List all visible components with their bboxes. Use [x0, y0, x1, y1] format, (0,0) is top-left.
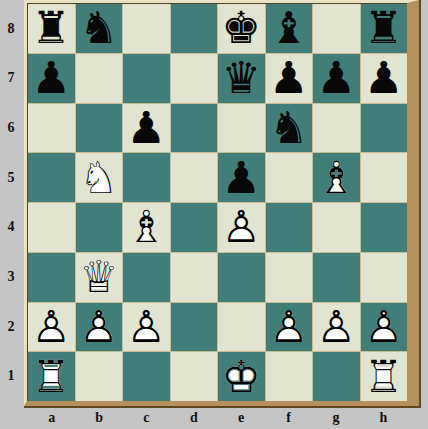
rank-label-1: 1	[0, 351, 22, 401]
piece-outline-layer: ♗	[123, 203, 170, 252]
file-label-c: c	[123, 406, 170, 429]
square-b6[interactable]	[76, 104, 123, 153]
file-label-e: e	[218, 406, 265, 429]
square-h7[interactable]: ♟	[361, 54, 408, 103]
piece-outline-layer: ♗	[313, 153, 360, 202]
square-g3[interactable]	[313, 253, 360, 302]
file-coordinates: abcdefgh	[28, 406, 407, 429]
piece-glyph: ♟	[313, 54, 360, 103]
file-label-b: b	[75, 406, 122, 429]
black-pawn[interactable]: ♟	[123, 104, 170, 153]
white-pawn[interactable]: ♟♙	[218, 203, 265, 252]
square-c5[interactable]	[123, 153, 170, 202]
square-c8[interactable]	[123, 4, 170, 53]
square-h8[interactable]: ♜	[361, 4, 408, 53]
file-label-g: g	[312, 406, 359, 429]
file-label-h: h	[360, 406, 407, 429]
square-g8[interactable]	[313, 4, 360, 53]
square-e5[interactable]: ♟	[218, 153, 265, 202]
square-e2[interactable]	[218, 303, 265, 352]
square-b4[interactable]	[76, 203, 123, 252]
square-b1[interactable]	[76, 352, 123, 401]
square-f2[interactable]: ♟♙	[266, 303, 313, 352]
piece-outline-layer: ♙	[313, 303, 360, 352]
piece-outline-layer: ♙	[218, 203, 265, 252]
white-bishop[interactable]: ♝♗	[123, 203, 170, 252]
file-label-d: d	[170, 406, 217, 429]
square-h5[interactable]	[361, 153, 408, 202]
piece-outline-layer: ♕	[76, 253, 123, 302]
square-a7[interactable]: ♟	[28, 54, 75, 103]
square-a6[interactable]	[28, 104, 75, 153]
square-h2[interactable]: ♟♙	[361, 303, 408, 352]
piece-outline-layer: ♖	[361, 352, 408, 401]
file-label-f: f	[265, 406, 312, 429]
square-f8[interactable]: ♝	[266, 4, 313, 53]
white-pawn[interactable]: ♟♙	[28, 303, 75, 352]
square-c7[interactable]	[123, 54, 170, 103]
square-f7[interactable]: ♟	[266, 54, 313, 103]
black-king[interactable]: ♚	[218, 4, 265, 53]
square-g5[interactable]: ♝♗	[313, 153, 360, 202]
board-frame: ♜♞♚♝♜♟♛♟♟♟♟♞♞♘♟♝♗♝♗♟♙♛♕♟♙♟♙♟♙♟♙♟♙♟♙♜♖♚♔♜…	[24, 0, 419, 406]
white-pawn[interactable]: ♟♙	[361, 303, 408, 352]
white-rook[interactable]: ♜♖	[361, 352, 408, 401]
rank-label-8: 8	[0, 4, 22, 54]
square-e7[interactable]: ♛	[218, 54, 265, 103]
piece-outline-layer: ♙	[361, 303, 408, 352]
square-h1[interactable]: ♜♖	[361, 352, 408, 401]
piece-glyph: ♛	[218, 54, 265, 103]
square-d5[interactable]	[171, 153, 218, 202]
rank-coordinates: 87654321	[0, 4, 22, 401]
square-e3[interactable]	[218, 253, 265, 302]
square-d6[interactable]	[171, 104, 218, 153]
black-bishop[interactable]: ♝	[266, 4, 313, 53]
piece-glyph: ♟	[218, 153, 265, 202]
chess-diagram: 87654321 ♜♞♚♝♜♟♛♟♟♟♟♞♞♘♟♝♗♝♗♟♙♛♕♟♙♟♙♟♙♟♙…	[0, 0, 428, 429]
square-h3[interactable]	[361, 253, 408, 302]
square-e8[interactable]: ♚	[218, 4, 265, 53]
square-a4[interactable]	[28, 203, 75, 252]
square-a8[interactable]: ♜	[28, 4, 75, 53]
chess-board: ♜♞♚♝♜♟♛♟♟♟♟♞♞♘♟♝♗♝♗♟♙♛♕♟♙♟♙♟♙♟♙♟♙♟♙♜♖♚♔♜…	[27, 3, 407, 401]
square-g2[interactable]: ♟♙	[313, 303, 360, 352]
square-f4[interactable]	[266, 203, 313, 252]
white-queen[interactable]: ♛♕	[76, 253, 123, 302]
square-f3[interactable]	[266, 253, 313, 302]
piece-glyph: ♝	[266, 4, 313, 53]
black-queen[interactable]: ♛	[218, 54, 265, 103]
square-d4[interactable]	[171, 203, 218, 252]
square-e1[interactable]: ♚♔	[218, 352, 265, 401]
piece-glyph: ♚	[218, 4, 265, 53]
square-g7[interactable]: ♟	[313, 54, 360, 103]
piece-glyph: ♟	[123, 104, 170, 153]
square-d7[interactable]	[171, 54, 218, 103]
square-f1[interactable]	[266, 352, 313, 401]
square-f6[interactable]: ♞	[266, 104, 313, 153]
black-knight[interactable]: ♞	[76, 4, 123, 53]
square-g1[interactable]	[313, 352, 360, 401]
square-a1[interactable]: ♜♖	[28, 352, 75, 401]
rank-label-3: 3	[0, 252, 22, 302]
square-c4[interactable]: ♝♗	[123, 203, 170, 252]
square-g6[interactable]	[313, 104, 360, 153]
white-pawn[interactable]: ♟♙	[266, 303, 313, 352]
square-c1[interactable]	[123, 352, 170, 401]
square-a3[interactable]	[28, 253, 75, 302]
white-king[interactable]: ♚♔	[218, 352, 265, 401]
square-e4[interactable]: ♟♙	[218, 203, 265, 252]
piece-glyph: ♞	[76, 4, 123, 53]
square-c6[interactable]: ♟	[123, 104, 170, 153]
black-pawn[interactable]: ♟	[361, 54, 408, 103]
piece-outline-layer: ♔	[218, 352, 265, 401]
rank-label-6: 6	[0, 103, 22, 153]
square-d1[interactable]	[171, 352, 218, 401]
square-e6[interactable]	[218, 104, 265, 153]
piece-glyph: ♞	[266, 104, 313, 153]
square-c2[interactable]: ♟♙	[123, 303, 170, 352]
white-rook[interactable]: ♜♖	[28, 352, 75, 401]
piece-glyph: ♟	[266, 54, 313, 103]
square-g4[interactable]	[313, 203, 360, 252]
piece-glyph: ♜	[361, 4, 408, 53]
black-pawn[interactable]: ♟	[28, 54, 75, 103]
square-b7[interactable]	[76, 54, 123, 103]
piece-glyph: ♜	[28, 4, 75, 53]
piece-outline-layer: ♙	[123, 303, 170, 352]
square-a5[interactable]	[28, 153, 75, 202]
white-pawn[interactable]: ♟♙	[76, 303, 123, 352]
square-h6[interactable]	[361, 104, 408, 153]
piece-glyph: ♟	[28, 54, 75, 103]
black-pawn[interactable]: ♟	[218, 153, 265, 202]
piece-outline-layer: ♘	[76, 153, 123, 202]
white-pawn[interactable]: ♟♙	[123, 303, 170, 352]
black-knight[interactable]: ♞	[266, 104, 313, 153]
square-c3[interactable]	[123, 253, 170, 302]
square-b8[interactable]: ♞	[76, 4, 123, 53]
black-rook[interactable]: ♜	[28, 4, 75, 53]
black-pawn[interactable]: ♟	[266, 54, 313, 103]
square-a2[interactable]: ♟♙	[28, 303, 75, 352]
square-b3[interactable]: ♛♕	[76, 253, 123, 302]
rank-label-7: 7	[0, 54, 22, 104]
rank-label-2: 2	[0, 302, 22, 352]
piece-outline-layer: ♙	[76, 303, 123, 352]
square-f5[interactable]	[266, 153, 313, 202]
white-bishop[interactable]: ♝♗	[313, 153, 360, 202]
square-b2[interactable]: ♟♙	[76, 303, 123, 352]
black-rook[interactable]: ♜	[361, 4, 408, 53]
square-d8[interactable]	[171, 4, 218, 53]
piece-outline-layer: ♙	[266, 303, 313, 352]
square-b5[interactable]: ♞♘	[76, 153, 123, 202]
rank-label-5: 5	[0, 153, 22, 203]
square-h4[interactable]	[361, 203, 408, 252]
square-d2[interactable]	[171, 303, 218, 352]
white-pawn[interactable]: ♟♙	[313, 303, 360, 352]
black-pawn[interactable]: ♟	[313, 54, 360, 103]
rank-label-4: 4	[0, 203, 22, 253]
square-d3[interactable]	[171, 253, 218, 302]
piece-glyph: ♟	[361, 54, 408, 103]
piece-outline-layer: ♖	[28, 352, 75, 401]
piece-outline-layer: ♙	[28, 303, 75, 352]
white-knight[interactable]: ♞♘	[76, 153, 123, 202]
file-label-a: a	[28, 406, 75, 429]
